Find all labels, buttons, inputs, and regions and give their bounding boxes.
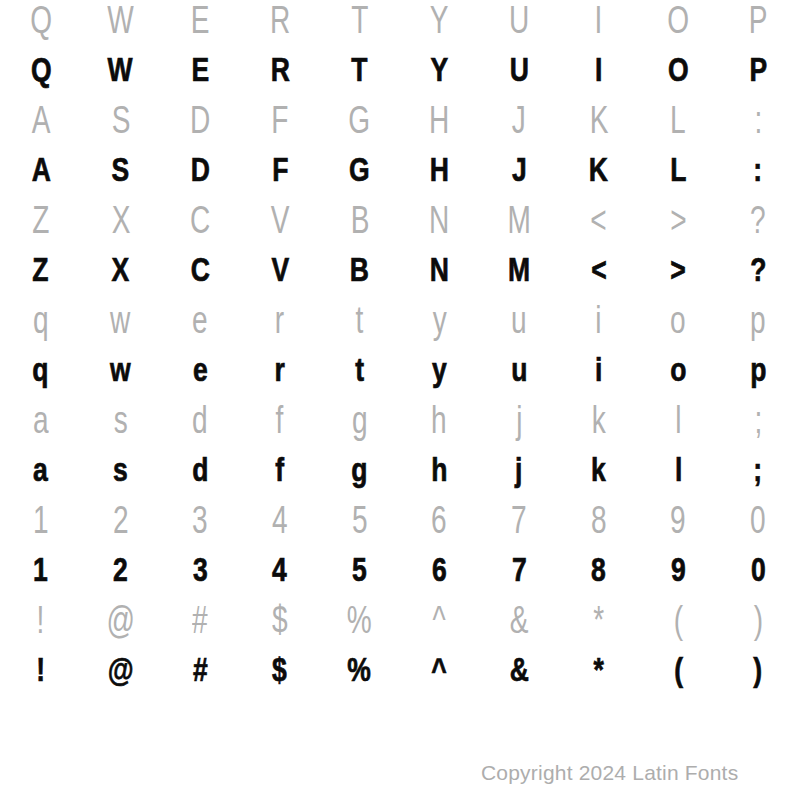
glyph-cell-r13-c9: ) [718, 644, 798, 694]
glyph-cell-r2-c9: : [718, 94, 798, 144]
glyph-cell-r8-c2: d [160, 394, 240, 444]
glyph: q [33, 352, 49, 386]
glyph: W [108, 52, 133, 86]
glyph-cell-r5-c9: ? [718, 244, 798, 294]
glyph-cell-r2-c3: F [240, 94, 320, 144]
glyph-cell-r0-c6: U [479, 0, 559, 44]
glyph: r [275, 352, 285, 386]
glyph: ( [674, 600, 683, 639]
glyph-cell-r3-c5: H [399, 144, 479, 194]
glyph: > [671, 252, 686, 286]
glyph-cell-r6-c5: y [399, 294, 479, 344]
glyph-cell-r7-c3: r [240, 344, 320, 394]
glyph: H [429, 100, 449, 139]
glyph-cell-r10-c8: 9 [639, 494, 719, 544]
glyph-cell-r8-c7: k [559, 394, 639, 444]
glyph-cell-r10-c0: 1 [1, 494, 81, 544]
glyph: ^ [433, 600, 446, 639]
glyph-cell-r7-c9: p [718, 344, 798, 394]
glyph-cell-r5-c6: M [479, 244, 559, 294]
glyph: ( [674, 652, 683, 686]
glyph-cell-r11-c8: 9 [639, 544, 719, 594]
glyph-cell-r9-c3: f [240, 444, 320, 494]
glyph: S [111, 100, 130, 139]
glyph-cell-r3-c7: K [559, 144, 639, 194]
glyph: ; [754, 452, 763, 486]
glyph-cell-r6-c8: o [639, 294, 719, 344]
glyph: 8 [591, 552, 606, 586]
glyph-cell-r4-c6: M [479, 194, 559, 244]
glyph-cell-r11-c0: 1 [1, 544, 81, 594]
glyph-cell-r6-c6: u [479, 294, 559, 344]
glyph: W [107, 0, 134, 39]
glyph-cell-r12-c0: ! [1, 594, 81, 644]
glyph-cell-r13-c7: * [559, 644, 639, 694]
glyph-cell-r2-c7: K [559, 94, 639, 144]
glyph: $ [273, 652, 288, 686]
glyph-cell-r13-c0: ! [1, 644, 81, 694]
glyph-cell-r9-c1: s [81, 444, 161, 494]
glyph-cell-r13-c1: @ [81, 644, 161, 694]
glyph: E [191, 52, 209, 86]
glyph-cell-r3-c0: A [1, 144, 81, 194]
glyph-cell-r8-c1: s [81, 394, 161, 444]
glyph: 9 [671, 500, 687, 539]
glyph: d [192, 400, 208, 439]
glyph: D [190, 100, 210, 139]
glyph: L [671, 100, 687, 139]
glyph-cell-r3-c2: D [160, 144, 240, 194]
glyph-cell-r12-c6: & [479, 594, 559, 644]
glyph: O [668, 52, 689, 86]
glyph-cell-r2-c4: G [320, 94, 400, 144]
glyph: 9 [671, 552, 686, 586]
glyph: : [754, 152, 763, 186]
glyph: & [509, 652, 528, 686]
glyph: 1 [33, 552, 48, 586]
glyph: R [270, 0, 290, 39]
glyph-cell-r11-c3: 4 [240, 544, 320, 594]
glyph: 1 [33, 500, 49, 539]
glyph: T [351, 0, 368, 39]
glyph: 3 [192, 500, 208, 539]
glyph: 8 [591, 500, 607, 539]
glyph-cell-r1-c0: Q [1, 44, 81, 94]
glyph: B [350, 200, 369, 239]
glyph: ! [37, 600, 45, 639]
glyph: P [749, 0, 768, 39]
glyph: U [509, 0, 529, 39]
glyph: E [191, 0, 210, 39]
glyph-cell-r5-c2: C [160, 244, 240, 294]
glyph-cell-r1-c2: E [160, 44, 240, 94]
glyph: K [589, 152, 608, 186]
glyph-cell-r1-c1: W [81, 44, 161, 94]
glyph-cell-r8-c0: a [1, 394, 81, 444]
glyph-cell-r5-c4: B [320, 244, 400, 294]
glyph: & [510, 600, 529, 639]
glyph-cell-r7-c8: o [639, 344, 719, 394]
glyph-cell-r4-c0: Z [1, 194, 81, 244]
glyph-cell-r9-c6: j [479, 444, 559, 494]
glyph-cell-r12-c2: # [160, 594, 240, 644]
glyph: G [349, 152, 370, 186]
glyph: g [352, 400, 368, 439]
glyph-cell-r7-c1: w [81, 344, 161, 394]
glyph: % [347, 600, 372, 639]
glyph-cell-r13-c4: % [320, 644, 400, 694]
glyph: F [271, 100, 288, 139]
glyph: % [348, 652, 372, 686]
glyph-cell-r12-c5: ^ [399, 594, 479, 644]
glyph-cell-r1-c4: T [320, 44, 400, 94]
glyph-cell-r9-c9: ; [718, 444, 798, 494]
glyph-cell-r10-c9: 0 [718, 494, 798, 544]
glyph: I [595, 0, 603, 39]
glyph: Q [30, 0, 52, 39]
glyph: 4 [273, 552, 288, 586]
specimen-grid: QWERTYUIOPQWERTYUIOPASDFGHJKL:ASDFGHJKL:… [1, 0, 799, 694]
glyph: 5 [352, 500, 368, 539]
glyph-cell-r0-c9: P [718, 0, 798, 44]
glyph-cell-r9-c7: k [559, 444, 639, 494]
glyph-cell-r4-c2: C [160, 194, 240, 244]
glyph: 2 [113, 552, 128, 586]
glyph: t [356, 300, 364, 339]
glyph: D [191, 152, 210, 186]
glyph-cell-r9-c2: d [160, 444, 240, 494]
glyph: N [430, 252, 449, 286]
glyph: $ [272, 600, 288, 639]
glyph: s [114, 400, 128, 439]
glyph: 6 [432, 552, 447, 586]
glyph: J [512, 152, 527, 186]
glyph: g [351, 452, 367, 486]
glyph-cell-r3-c6: J [479, 144, 559, 194]
glyph: j [516, 400, 522, 439]
glyph: h [431, 452, 447, 486]
glyph: ; [754, 400, 762, 439]
glyph: K [589, 100, 608, 139]
glyph: F [272, 152, 288, 186]
glyph: N [429, 200, 449, 239]
glyph: ? [750, 252, 766, 286]
glyph: 2 [113, 500, 129, 539]
glyph: ) [754, 652, 763, 686]
glyph: u [511, 300, 527, 339]
glyph: U [509, 52, 528, 86]
glyph-cell-r4-c1: X [81, 194, 161, 244]
glyph-cell-r8-c5: h [399, 394, 479, 444]
glyph-cell-r10-c3: 4 [240, 494, 320, 544]
glyph-cell-r2-c1: S [81, 94, 161, 144]
glyph-cell-r7-c2: e [160, 344, 240, 394]
glyph-cell-r12-c4: % [320, 594, 400, 644]
glyph: < [591, 252, 606, 286]
glyph: B [350, 252, 369, 286]
glyph: p [750, 352, 766, 386]
glyph-cell-r8-c3: f [240, 394, 320, 444]
glyph-cell-r3-c4: G [320, 144, 400, 194]
glyph-cell-r8-c8: l [639, 394, 719, 444]
glyph-cell-r5-c3: V [240, 244, 320, 294]
glyph-cell-r12-c7: * [559, 594, 639, 644]
glyph-cell-r2-c5: H [399, 94, 479, 144]
glyph: * [593, 600, 604, 639]
glyph: f [275, 452, 284, 486]
glyph-cell-r11-c2: 3 [160, 544, 240, 594]
glyph-cell-r5-c1: X [81, 244, 161, 294]
glyph: @ [106, 600, 135, 639]
glyph-cell-r9-c5: h [399, 444, 479, 494]
glyph-cell-r0-c4: T [320, 0, 400, 44]
glyph: k [591, 452, 606, 486]
glyph-cell-r7-c4: t [320, 344, 400, 394]
glyph-cell-r1-c6: U [479, 44, 559, 94]
glyph-cell-r12-c1: @ [81, 594, 161, 644]
glyph-cell-r2-c8: L [639, 94, 719, 144]
glyph-cell-r7-c7: i [559, 344, 639, 394]
glyph: l [675, 452, 682, 486]
glyph: V [271, 252, 289, 286]
glyph: 3 [193, 552, 208, 586]
glyph: r [275, 300, 284, 339]
glyph-cell-r7-c5: y [399, 344, 479, 394]
glyph: C [191, 252, 210, 286]
glyph-cell-r8-c4: g [320, 394, 400, 444]
glyph: V [271, 200, 290, 239]
glyph-cell-r0-c5: Y [399, 0, 479, 44]
glyph-cell-r7-c6: u [479, 344, 559, 394]
glyph-cell-r12-c9: ) [718, 594, 798, 644]
glyph-cell-r10-c4: 5 [320, 494, 400, 544]
glyph-cell-r1-c3: R [240, 44, 320, 94]
glyph-cell-r6-c7: i [559, 294, 639, 344]
glyph: X [111, 200, 130, 239]
glyph-cell-r5-c5: N [399, 244, 479, 294]
glyph: : [754, 100, 762, 139]
glyph: 0 [751, 552, 766, 586]
glyph-cell-r1-c9: P [718, 44, 798, 94]
glyph: 7 [512, 552, 527, 586]
glyph: A [31, 152, 50, 186]
glyph-cell-r7-c0: q [1, 344, 81, 394]
glyph-cell-r6-c3: r [240, 294, 320, 344]
glyph-cell-r11-c9: 0 [718, 544, 798, 594]
glyph: > [670, 200, 686, 239]
glyph-cell-r1-c5: Y [399, 44, 479, 94]
glyph: R [270, 52, 289, 86]
glyph-cell-r8-c6: j [479, 394, 559, 444]
glyph-cell-r5-c0: Z [1, 244, 81, 294]
glyph: q [33, 300, 49, 339]
glyph: o [670, 352, 686, 386]
glyph: d [192, 452, 208, 486]
glyph-cell-r1-c7: I [559, 44, 639, 94]
glyph-cell-r0-c1: W [81, 0, 161, 44]
glyph: i [596, 300, 602, 339]
glyph-cell-r3-c8: L [639, 144, 719, 194]
glyph-cell-r11-c4: 5 [320, 544, 400, 594]
glyph: ^ [432, 652, 447, 686]
glyph: i [595, 352, 602, 386]
glyph: P [749, 52, 767, 86]
glyph-cell-r0-c8: O [639, 0, 719, 44]
glyph-cell-r4-c3: V [240, 194, 320, 244]
glyph: p [750, 300, 766, 339]
glyph-cell-r13-c5: ^ [399, 644, 479, 694]
glyph-cell-r3-c9: : [718, 144, 798, 194]
glyph: 7 [511, 500, 527, 539]
glyph-cell-r6-c9: p [718, 294, 798, 344]
glyph: # [193, 652, 208, 686]
glyph: X [112, 252, 130, 286]
glyph: w [110, 300, 130, 339]
glyph-cell-r0-c3: R [240, 0, 320, 44]
glyph: A [31, 100, 50, 139]
glyph-cell-r11-c1: 2 [81, 544, 161, 594]
glyph-cell-r4-c8: > [639, 194, 719, 244]
glyph-cell-r2-c2: D [160, 94, 240, 144]
glyph-cell-r6-c2: e [160, 294, 240, 344]
glyph-cell-r5-c8: > [639, 244, 719, 294]
glyph: 5 [352, 552, 367, 586]
glyph: s [113, 452, 128, 486]
glyph: o [671, 300, 687, 339]
glyph: S [112, 152, 130, 186]
glyph: y [432, 300, 446, 339]
glyph-cell-r6-c1: w [81, 294, 161, 344]
glyph: l [675, 400, 681, 439]
glyph-cell-r13-c6: & [479, 644, 559, 694]
glyph-cell-r2-c0: A [1, 94, 81, 144]
glyph: h [431, 400, 447, 439]
glyph: J [512, 100, 526, 139]
glyph-cell-r2-c6: J [479, 94, 559, 144]
glyph: Z [33, 252, 49, 286]
glyph: t [355, 352, 364, 386]
glyph: H [430, 152, 449, 186]
glyph-cell-r4-c9: ? [718, 194, 798, 244]
glyph-cell-r0-c7: I [559, 0, 639, 44]
glyph: O [667, 0, 689, 39]
glyph-cell-r8-c9: ; [718, 394, 798, 444]
glyph-cell-r13-c8: ( [639, 644, 719, 694]
glyph: ) [753, 600, 762, 639]
glyph: M [507, 200, 530, 239]
glyph: M [508, 252, 530, 286]
glyph: a [33, 400, 49, 439]
glyph-cell-r10-c6: 7 [479, 494, 559, 544]
glyph: 0 [750, 500, 766, 539]
glyph-cell-r0-c2: E [160, 0, 240, 44]
glyph-cell-r13-c3: $ [240, 644, 320, 694]
glyph: I [595, 52, 602, 86]
glyph-cell-r10-c5: 6 [399, 494, 479, 544]
glyph: G [349, 100, 371, 139]
glyph-cell-r11-c7: 8 [559, 544, 639, 594]
glyph: @ [108, 652, 134, 686]
glyph-cell-r4-c7: < [559, 194, 639, 244]
glyph-cell-r3-c1: S [81, 144, 161, 194]
glyph: 6 [431, 500, 447, 539]
glyph-cell-r6-c0: q [1, 294, 81, 344]
glyph: Q [31, 52, 52, 86]
glyph: C [190, 200, 210, 239]
glyph-cell-r10-c7: 8 [559, 494, 639, 544]
glyph-cell-r9-c4: g [320, 444, 400, 494]
glyph: k [592, 400, 606, 439]
glyph-cell-r9-c8: l [639, 444, 719, 494]
glyph: a [33, 452, 48, 486]
glyph: w [110, 352, 131, 386]
glyph-cell-r12-c3: $ [240, 594, 320, 644]
glyph: Y [430, 0, 449, 39]
glyph: j [515, 452, 522, 486]
glyph: ! [36, 652, 45, 686]
glyph: ? [750, 200, 766, 239]
glyph-cell-r12-c8: ( [639, 594, 719, 644]
glyph: # [192, 600, 208, 639]
glyph: * [593, 652, 603, 686]
glyph-cell-r13-c2: # [160, 644, 240, 694]
glyph: 4 [272, 500, 288, 539]
glyph-cell-r10-c2: 3 [160, 494, 240, 544]
glyph-cell-r6-c4: t [320, 294, 400, 344]
glyph: f [276, 400, 284, 439]
glyph: T [351, 52, 367, 86]
glyph-cell-r0-c0: Q [1, 0, 81, 44]
glyph-cell-r10-c1: 2 [81, 494, 161, 544]
glyph: e [193, 352, 208, 386]
glyph-cell-r4-c5: N [399, 194, 479, 244]
glyph-cell-r4-c4: B [320, 194, 400, 244]
glyph: y [432, 352, 447, 386]
glyph: L [670, 152, 686, 186]
glyph: Y [430, 52, 448, 86]
copyright-text: Copyright 2024 Latin Fonts [481, 761, 738, 785]
glyph-cell-r9-c0: a [1, 444, 81, 494]
glyph-cell-r11-c6: 7 [479, 544, 559, 594]
glyph: Z [32, 200, 49, 239]
glyph: u [511, 352, 527, 386]
glyph-cell-r3-c3: F [240, 144, 320, 194]
glyph: < [590, 200, 606, 239]
glyph: e [192, 300, 208, 339]
glyph-cell-r1-c8: O [639, 44, 719, 94]
glyph-cell-r11-c5: 6 [399, 544, 479, 594]
glyph-cell-r5-c7: < [559, 244, 639, 294]
